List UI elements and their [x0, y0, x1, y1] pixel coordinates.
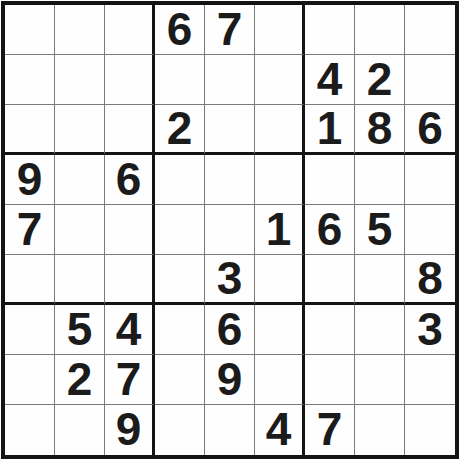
cell-r5c6[interactable]: 1	[255, 205, 305, 255]
given-digit: 2	[167, 105, 193, 151]
given-digit: 1	[266, 206, 292, 252]
given-digit: 6	[217, 306, 243, 352]
cell-r1c3[interactable]	[105, 5, 155, 55]
given-digit: 6	[167, 6, 193, 52]
cell-r5c1[interactable]: 7	[5, 205, 55, 255]
cell-r3c5[interactable]	[205, 105, 255, 155]
cell-r5c3[interactable]	[105, 205, 155, 255]
cell-r3c4[interactable]: 2	[155, 105, 205, 155]
cell-r5c8[interactable]: 5	[355, 205, 405, 255]
cell-r8c3[interactable]: 7	[105, 355, 155, 405]
cell-r6c6[interactable]	[255, 255, 305, 305]
cell-r3c1[interactable]	[5, 105, 55, 155]
cell-r9c9[interactable]	[405, 405, 455, 455]
cell-r4c8[interactable]	[355, 155, 405, 205]
given-digit: 4	[266, 406, 292, 452]
cell-r9c7[interactable]: 7	[305, 405, 355, 455]
given-digit: 1	[317, 105, 343, 151]
cell-r2c9[interactable]	[405, 55, 455, 105]
cell-r5c2[interactable]	[55, 205, 105, 255]
given-digit: 6	[317, 206, 343, 252]
sudoku-page: 67422186967165385463279947	[0, 0, 460, 460]
cell-r7c4[interactable]	[155, 305, 205, 355]
cell-r5c4[interactable]	[155, 205, 205, 255]
cell-r6c1[interactable]	[5, 255, 55, 305]
cell-r1c6[interactable]	[255, 5, 305, 55]
cell-r7c5[interactable]: 6	[205, 305, 255, 355]
cell-r9c2[interactable]	[55, 405, 105, 455]
cell-r8c6[interactable]	[255, 355, 305, 405]
cell-r1c4[interactable]: 6	[155, 5, 205, 55]
cell-r7c6[interactable]	[255, 305, 305, 355]
cell-r6c9[interactable]: 8	[405, 255, 455, 305]
cell-r2c7[interactable]: 4	[305, 55, 355, 105]
cell-r5c9[interactable]	[405, 205, 455, 255]
cell-r4c6[interactable]	[255, 155, 305, 205]
given-digit: 5	[367, 206, 393, 252]
given-digit: 9	[116, 406, 142, 452]
cell-r2c3[interactable]	[105, 55, 155, 105]
given-digit: 5	[67, 306, 93, 352]
cell-r9c6[interactable]: 4	[255, 405, 305, 455]
cell-r4c2[interactable]	[55, 155, 105, 205]
cell-r8c7[interactable]	[305, 355, 355, 405]
cell-r6c7[interactable]	[305, 255, 355, 305]
cell-r8c5[interactable]: 9	[205, 355, 255, 405]
cell-r6c3[interactable]	[105, 255, 155, 305]
given-digit: 7	[116, 356, 142, 402]
cell-r9c1[interactable]	[5, 405, 55, 455]
given-digit: 2	[67, 356, 93, 402]
cell-r7c8[interactable]	[355, 305, 405, 355]
cell-r8c1[interactable]	[5, 355, 55, 405]
cell-r3c9[interactable]: 6	[405, 105, 455, 155]
cell-r1c8[interactable]	[355, 5, 405, 55]
given-digit: 7	[317, 406, 343, 452]
given-digit: 8	[417, 255, 443, 301]
cell-r8c4[interactable]	[155, 355, 205, 405]
cell-r2c4[interactable]	[155, 55, 205, 105]
given-digit: 3	[217, 255, 243, 301]
given-digit: 4	[116, 306, 142, 352]
cell-r3c8[interactable]: 8	[355, 105, 405, 155]
given-digit: 9	[217, 356, 243, 402]
given-digit: 6	[417, 105, 443, 151]
cell-r3c6[interactable]	[255, 105, 305, 155]
cell-r4c1[interactable]: 9	[5, 155, 55, 205]
cell-r2c1[interactable]	[5, 55, 55, 105]
cell-r7c1[interactable]	[5, 305, 55, 355]
cell-r9c5[interactable]	[205, 405, 255, 455]
cell-r4c3[interactable]: 6	[105, 155, 155, 205]
cell-r7c7[interactable]	[305, 305, 355, 355]
cell-r8c9[interactable]	[405, 355, 455, 405]
cell-r9c3[interactable]: 9	[105, 405, 155, 455]
given-digit: 8	[367, 105, 393, 151]
cell-r5c7[interactable]: 6	[305, 205, 355, 255]
cell-r6c2[interactable]	[55, 255, 105, 305]
given-digit: 6	[116, 156, 142, 202]
cell-r6c5[interactable]: 3	[205, 255, 255, 305]
cell-r5c5[interactable]	[205, 205, 255, 255]
cell-r1c1[interactable]	[5, 5, 55, 55]
cell-r4c5[interactable]	[205, 155, 255, 205]
given-digit: 2	[367, 56, 393, 102]
sudoku-board: 67422186967165385463279947	[1, 1, 459, 459]
cell-r8c2[interactable]: 2	[55, 355, 105, 405]
cell-r2c8[interactable]: 2	[355, 55, 405, 105]
cell-r4c9[interactable]	[405, 155, 455, 205]
cell-r9c4[interactable]	[155, 405, 205, 455]
cell-r4c7[interactable]	[305, 155, 355, 205]
given-digit: 9	[17, 156, 43, 202]
cell-r2c2[interactable]	[55, 55, 105, 105]
cell-r1c9[interactable]	[405, 5, 455, 55]
given-digit: 7	[217, 6, 243, 52]
cell-r3c7[interactable]: 1	[305, 105, 355, 155]
cell-r6c8[interactable]	[355, 255, 405, 305]
given-digit: 7	[17, 206, 43, 252]
cell-r4c4[interactable]	[155, 155, 205, 205]
cell-r6c4[interactable]	[155, 255, 205, 305]
cell-r3c3[interactable]	[105, 105, 155, 155]
cell-r7c9[interactable]: 3	[405, 305, 455, 355]
cell-r7c2[interactable]: 5	[55, 305, 105, 355]
cell-r7c3[interactable]: 4	[105, 305, 155, 355]
given-digit: 4	[317, 56, 343, 102]
given-digit: 3	[417, 306, 443, 352]
cell-r1c5[interactable]: 7	[205, 5, 255, 55]
cell-r2c6[interactable]	[255, 55, 305, 105]
cell-r1c7[interactable]	[305, 5, 355, 55]
cell-r8c8[interactable]	[355, 355, 405, 405]
cell-r2c5[interactable]	[205, 55, 255, 105]
cell-r1c2[interactable]	[55, 5, 105, 55]
cell-r9c8[interactable]	[355, 405, 405, 455]
cell-r3c2[interactable]	[55, 105, 105, 155]
